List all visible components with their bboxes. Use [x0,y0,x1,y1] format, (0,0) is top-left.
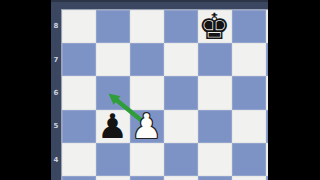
square-b7[interactable] [96,43,130,76]
square-e5[interactable] [198,110,232,143]
square-g6[interactable] [266,76,268,109]
square-d4[interactable] [164,143,198,176]
black-king[interactable]: ♚ [198,10,232,43]
square-g5[interactable] [266,110,268,143]
square-g3[interactable] [266,176,268,179]
square-b3[interactable] [96,176,130,179]
square-c8[interactable] [130,10,164,43]
square-f6[interactable] [232,76,266,109]
square-e3[interactable] [198,176,232,179]
square-f5[interactable] [232,110,266,143]
square-b8[interactable] [96,10,130,43]
square-b4[interactable] [96,143,130,176]
square-a4[interactable] [62,143,96,176]
square-f8[interactable] [232,10,266,43]
rank-label-7: 7 [51,56,61,65]
square-f4[interactable] [232,143,266,176]
square-g4[interactable] [266,143,268,176]
square-d5[interactable] [164,110,198,143]
square-e4[interactable] [198,143,232,176]
rank-label-8: 8 [51,22,61,31]
square-c7[interactable] [130,43,164,76]
square-e6[interactable] [198,76,232,109]
white-pawn[interactable]: ♟ [130,110,164,143]
square-c3[interactable] [130,176,164,179]
square-a5[interactable] [62,110,96,143]
square-c4[interactable] [130,143,164,176]
rank-label-5: 5 [51,122,61,131]
square-a8[interactable] [62,10,96,43]
square-a6[interactable] [62,76,96,109]
chess-board[interactable]: ♚♟♟ [61,9,268,180]
square-g8[interactable] [266,10,268,43]
video-frame: 87654 ♚♟♟ [0,0,320,180]
square-d8[interactable] [164,10,198,43]
chess-board-frame: 87654 ♚♟♟ [51,0,268,180]
square-a7[interactable] [62,43,96,76]
rank-label-4: 4 [51,156,61,165]
black-pawn[interactable]: ♟ [96,110,130,143]
square-f7[interactable] [232,43,266,76]
square-a3[interactable] [62,176,96,179]
square-b6[interactable] [96,76,130,109]
rank-label-6: 6 [51,89,61,98]
square-f3[interactable] [232,176,266,179]
square-c6[interactable] [130,76,164,109]
square-e7[interactable] [198,43,232,76]
square-d7[interactable] [164,43,198,76]
square-d6[interactable] [164,76,198,109]
square-g7[interactable] [266,43,268,76]
square-d3[interactable] [164,176,198,179]
